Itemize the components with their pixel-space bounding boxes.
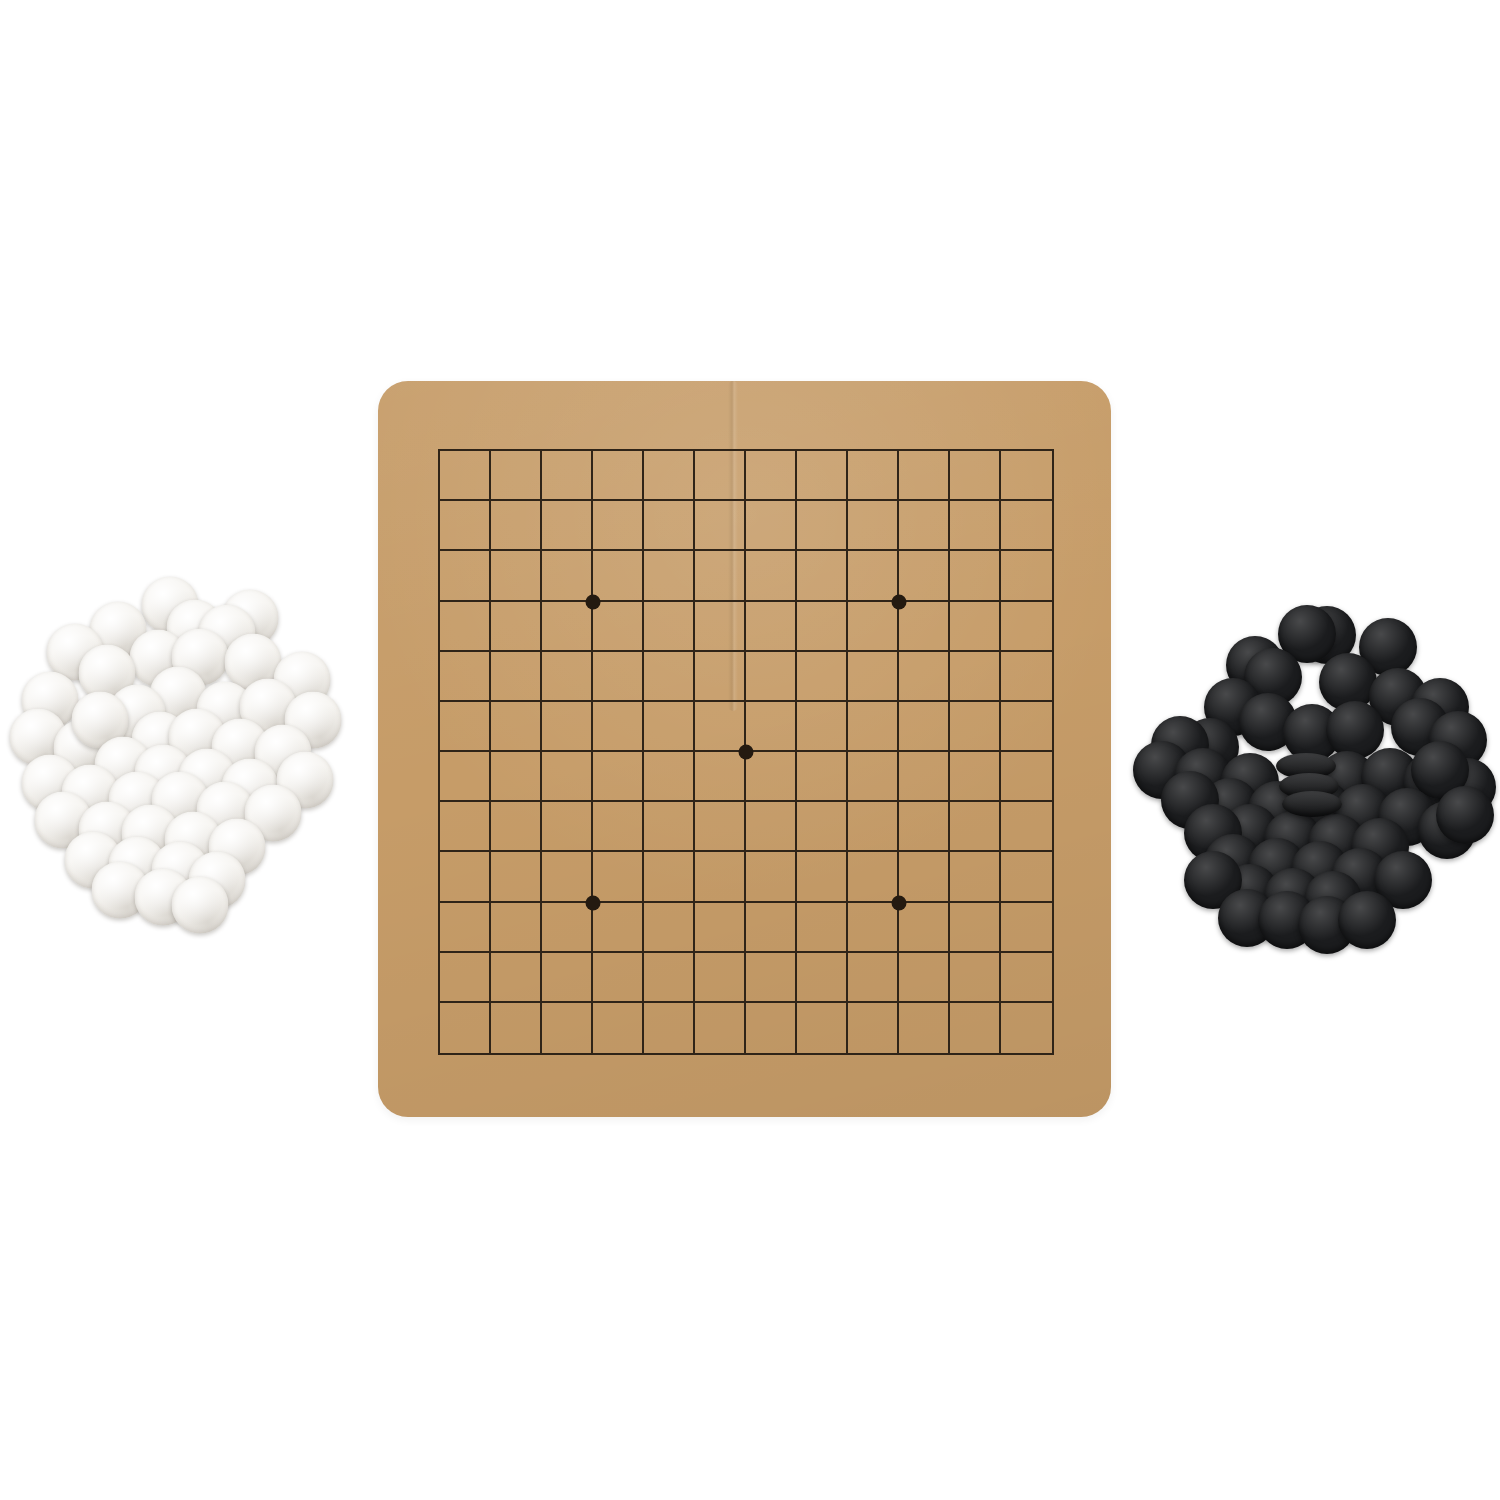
board-cell: [440, 602, 491, 652]
board-cell: [593, 501, 644, 551]
board-cell: [440, 652, 491, 702]
star-point: [892, 594, 907, 609]
board-cell: [695, 953, 746, 1003]
board-cell: [542, 702, 593, 752]
board-cell: [797, 852, 848, 902]
board-cell: [440, 752, 491, 802]
board-cell: [848, 501, 899, 551]
board-cell: [950, 652, 1001, 702]
board-cell: [491, 652, 542, 702]
board-cell: [746, 501, 797, 551]
board-cell: [950, 451, 1001, 501]
board-cell: [644, 802, 695, 852]
black-stone: [1436, 786, 1494, 844]
board-cell: [848, 802, 899, 852]
board-cell: [593, 451, 644, 501]
board-cell: [542, 1003, 593, 1053]
board-cell: [593, 702, 644, 752]
board-cell: [950, 1003, 1001, 1053]
board-cell: [491, 752, 542, 802]
board-cell: [746, 451, 797, 501]
board-cell: [593, 953, 644, 1003]
board-cell: [950, 903, 1001, 953]
board-cell: [797, 1003, 848, 1053]
board-cell: [491, 903, 542, 953]
board-cell: [491, 551, 542, 601]
board-cell: [848, 451, 899, 501]
board-cell: [899, 752, 950, 802]
board-cell: [644, 903, 695, 953]
star-point: [892, 895, 907, 910]
board-cell: [899, 501, 950, 551]
board-cell: [542, 602, 593, 652]
black-stones-pile: [1128, 598, 1488, 943]
board-cell: [491, 702, 542, 752]
board-cell: [644, 602, 695, 652]
board-cell: [440, 702, 491, 752]
board-cell: [695, 652, 746, 702]
board-cell: [797, 953, 848, 1003]
board-cell: [491, 953, 542, 1003]
board-cell: [440, 501, 491, 551]
board-cell: [1001, 1003, 1052, 1053]
board-cell: [440, 903, 491, 953]
go-board-mat: [378, 381, 1111, 1117]
board-cell: [797, 451, 848, 501]
board-cell: [491, 802, 542, 852]
board-cell: [542, 551, 593, 601]
board-cell: [593, 652, 644, 702]
board-cell: [848, 652, 899, 702]
board-cell: [1001, 551, 1052, 601]
board-cell: [1001, 852, 1052, 902]
board-cell: [491, 1003, 542, 1053]
board-cell: [1001, 702, 1052, 752]
board-cell: [593, 903, 644, 953]
board-cell: [644, 1003, 695, 1053]
board-cell: [746, 802, 797, 852]
board-cell: [440, 551, 491, 601]
board-cell: [491, 501, 542, 551]
board-cell: [644, 953, 695, 1003]
board-cell: [695, 852, 746, 902]
board-cell: [899, 903, 950, 953]
board-cell: [440, 953, 491, 1003]
board-cell: [695, 752, 746, 802]
black-stone: [1338, 891, 1396, 949]
board-cell: [950, 702, 1001, 752]
board-cell: [1001, 752, 1052, 802]
board-cell: [542, 903, 593, 953]
board-cell: [644, 702, 695, 752]
board-cell: [695, 551, 746, 601]
white-stone: [172, 877, 229, 934]
board-cell: [1001, 501, 1052, 551]
board-cell: [848, 1003, 899, 1053]
board-cell: [1001, 602, 1052, 652]
black-stone-on-edge: [1282, 791, 1342, 817]
board-cell: [440, 1003, 491, 1053]
board-cell: [746, 652, 797, 702]
board-cell: [644, 752, 695, 802]
board-cell: [491, 602, 542, 652]
board-cell: [644, 551, 695, 601]
board-cell: [1001, 953, 1052, 1003]
board-cell: [950, 602, 1001, 652]
board-cell: [542, 501, 593, 551]
board-cell: [1001, 802, 1052, 852]
board-cell: [797, 903, 848, 953]
board-cell: [950, 802, 1001, 852]
board-cell: [950, 953, 1001, 1003]
board-cell: [899, 852, 950, 902]
board-cell: [746, 1003, 797, 1053]
board-cell: [899, 802, 950, 852]
board-cell: [797, 501, 848, 551]
board-cell: [797, 802, 848, 852]
board-cell: [440, 802, 491, 852]
board-cell: [950, 752, 1001, 802]
board-cell: [746, 602, 797, 652]
board-cell: [899, 551, 950, 601]
board-cell: [644, 652, 695, 702]
board-cell: [746, 903, 797, 953]
board-cell: [950, 551, 1001, 601]
go-board-grid: [438, 449, 1054, 1055]
board-cell: [593, 602, 644, 652]
board-cell: [797, 752, 848, 802]
board-cell: [899, 953, 950, 1003]
board-cell: [797, 602, 848, 652]
board-cell: [848, 903, 899, 953]
board-cell: [899, 702, 950, 752]
board-cell: [491, 852, 542, 902]
product-photo-scene: [0, 0, 1500, 1500]
board-cell: [593, 802, 644, 852]
board-cell: [695, 501, 746, 551]
board-cell: [491, 451, 542, 501]
board-cell: [899, 652, 950, 702]
board-cell: [542, 752, 593, 802]
board-cell: [848, 702, 899, 752]
white-stones-pile: [15, 575, 365, 920]
board-cell: [1001, 652, 1052, 702]
board-cell: [593, 852, 644, 902]
board-cell: [848, 551, 899, 601]
board-cell: [746, 852, 797, 902]
board-cell: [542, 852, 593, 902]
board-cell: [695, 1003, 746, 1053]
board-cell: [1001, 903, 1052, 953]
board-cell: [848, 953, 899, 1003]
board-cell: [695, 602, 746, 652]
board-cell: [848, 852, 899, 902]
board-cell: [746, 953, 797, 1003]
black-stone: [1326, 701, 1384, 759]
board-cell: [797, 551, 848, 601]
board-cell: [899, 1003, 950, 1053]
board-cell: [593, 1003, 644, 1053]
board-cell: [797, 702, 848, 752]
board-cell: [644, 451, 695, 501]
board-cell: [695, 802, 746, 852]
board-cell: [593, 551, 644, 601]
board-cell: [695, 451, 746, 501]
board-cell: [848, 752, 899, 802]
board-cell: [746, 752, 797, 802]
board-cell: [899, 602, 950, 652]
board-cell: [1001, 451, 1052, 501]
board-cell: [746, 551, 797, 601]
board-cell: [542, 451, 593, 501]
board-cell: [695, 903, 746, 953]
board-cell: [542, 953, 593, 1003]
board-cell: [746, 702, 797, 752]
board-cell: [542, 802, 593, 852]
board-cell: [848, 602, 899, 652]
board-cell: [797, 652, 848, 702]
board-cell: [695, 702, 746, 752]
board-cell: [950, 852, 1001, 902]
board-cell: [950, 501, 1001, 551]
star-point: [586, 594, 601, 609]
board-cell: [899, 451, 950, 501]
star-point: [739, 745, 754, 760]
star-point: [586, 895, 601, 910]
board-cell: [542, 652, 593, 702]
board-cell: [644, 501, 695, 551]
board-cell: [440, 852, 491, 902]
board-cell: [440, 451, 491, 501]
board-cell: [593, 752, 644, 802]
board-cell: [644, 852, 695, 902]
